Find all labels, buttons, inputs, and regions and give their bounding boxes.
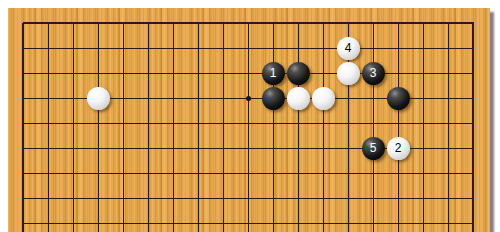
white-stone[interactable] — [337, 62, 360, 85]
grid-line-vertical — [148, 23, 149, 232]
grid-line-vertical — [398, 23, 399, 232]
move-number-label: 1 — [270, 67, 277, 79]
grid-line-vertical — [123, 23, 124, 232]
grid-line-vertical — [273, 23, 274, 232]
grid-line-vertical — [323, 23, 324, 232]
white-stone[interactable] — [87, 87, 110, 110]
grid-line-vertical — [73, 23, 74, 232]
white-stone[interactable] — [312, 87, 335, 110]
grid-line-vertical — [48, 23, 49, 232]
white-stone[interactable]: 4 — [337, 37, 360, 60]
go-board-wood: 14352 — [8, 8, 490, 232]
move-number-label: 4 — [345, 42, 352, 54]
grid-line-vertical — [198, 23, 199, 232]
white-stone[interactable] — [287, 87, 310, 110]
move-number-label: 5 — [370, 142, 377, 154]
grid-line-vertical — [223, 23, 224, 232]
star-point — [246, 96, 251, 101]
black-stone[interactable] — [287, 62, 310, 85]
grid-line-vertical — [472, 23, 474, 232]
move-number-label: 3 — [370, 67, 377, 79]
black-stone[interactable] — [262, 87, 285, 110]
white-stone[interactable]: 2 — [387, 137, 410, 160]
grid-line-vertical — [423, 23, 424, 232]
black-stone[interactable] — [387, 87, 410, 110]
grid-line-vertical — [298, 23, 299, 232]
grid-line-vertical — [248, 23, 249, 232]
grid-line-vertical — [173, 23, 174, 232]
black-stone[interactable]: 3 — [362, 62, 385, 85]
black-stone[interactable]: 1 — [262, 62, 285, 85]
grid-line-vertical — [98, 23, 99, 232]
go-board-grid[interactable]: 14352 — [23, 23, 474, 232]
grid-line-vertical — [373, 23, 374, 232]
move-number-label: 2 — [395, 142, 402, 154]
grid-line-vertical — [22, 23, 24, 232]
grid-line-vertical — [448, 23, 449, 232]
black-stone[interactable]: 5 — [362, 137, 385, 160]
